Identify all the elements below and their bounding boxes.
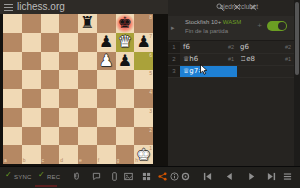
square-a2[interactable] [3, 127, 22, 146]
hamburger-menu-icon[interactable] [4, 4, 13, 11]
gear-icon[interactable] [181, 172, 190, 181]
square-c1[interactable]: c [41, 145, 60, 164]
square-h1[interactable]: ♚h1 [134, 145, 153, 164]
square-a3[interactable] [3, 108, 22, 127]
square-c4[interactable] [41, 89, 60, 108]
engine-tech-badge: WASM [223, 19, 241, 25]
move-black-3-empty [237, 66, 294, 77]
square-c2[interactable] [41, 127, 60, 146]
square-a1[interactable]: a [3, 145, 22, 164]
square-h6[interactable]: 6 [134, 52, 153, 71]
square-d3[interactable] [59, 108, 78, 127]
black-rook-e8[interactable]: ♜ [78, 14, 97, 33]
square-e2[interactable] [78, 127, 97, 146]
move-row: 1 f6 #2 g6 #2 [168, 42, 294, 54]
move-black-2[interactable]: ♖e8 #1 [237, 54, 294, 65]
square-d1[interactable]: d [59, 145, 78, 164]
square-h4[interactable]: 4 [134, 89, 153, 108]
move-list: 1 f6 #2 g6 #2 2 ♕h6 #1 ♖e8 #1 [168, 42, 294, 78]
sync-label[interactable]: SYNC [14, 174, 31, 180]
sync-check-icon: ✓ [5, 171, 12, 179]
white-pawn-f6[interactable]: ♟ [97, 52, 116, 71]
move-white-1[interactable]: f6 #2 [180, 42, 237, 53]
white-queen-g7[interactable]: ♛ [116, 33, 135, 52]
black-pawn-f7[interactable]: ♟ [97, 33, 116, 52]
coord-rank-5: 5 [149, 71, 152, 76]
move-eval: #2 [228, 42, 234, 53]
step-back-icon[interactable] [225, 172, 234, 181]
square-f6[interactable]: ♟ [97, 52, 116, 71]
square-a4[interactable] [3, 89, 22, 108]
square-d4[interactable] [59, 89, 78, 108]
engine-toggle[interactable] [267, 21, 287, 31]
square-c7[interactable] [41, 33, 60, 52]
square-e1[interactable]: e [78, 145, 97, 164]
square-h5[interactable]: 5 [134, 70, 153, 89]
square-e5[interactable] [78, 70, 97, 89]
grid-icon[interactable] [142, 172, 151, 181]
square-h3[interactable]: 3 [134, 108, 153, 127]
square-f1[interactable]: f [97, 145, 116, 164]
lichess-analysis-screen: lichess.org ♜♚8♟♛♟7♟♟65432abcdefg♚h1 aje… [0, 0, 300, 188]
image-icon[interactable] [124, 172, 133, 181]
chat-icon[interactable] [92, 172, 101, 181]
square-a5[interactable] [3, 70, 22, 89]
coord-rank-3: 3 [149, 109, 152, 114]
coord-file-e: e [79, 158, 82, 163]
square-h7[interactable]: ♟7 [134, 33, 153, 52]
skip-first-icon[interactable] [203, 172, 212, 181]
engine-status: Fin de la partida [185, 28, 228, 34]
square-b8[interactable] [22, 14, 41, 33]
coord-file-b: b [23, 158, 26, 163]
square-d5[interactable] [59, 70, 78, 89]
coord-rank-7: 7 [149, 34, 152, 39]
square-b4[interactable] [22, 89, 41, 108]
engine-box: ▸ Stockfish 10+ WASM Fin de la partida + [168, 16, 294, 41]
username-label[interactable]: ajedrezclubzt [220, 3, 258, 10]
square-b1[interactable]: b [22, 145, 41, 164]
square-b6[interactable] [22, 52, 41, 71]
panel-scrollbar-thumb[interactable] [295, 2, 299, 75]
square-e3[interactable] [78, 108, 97, 127]
square-b3[interactable] [22, 108, 41, 127]
square-f2[interactable] [97, 127, 116, 146]
paperclip-icon[interactable] [72, 172, 81, 181]
square-f7[interactable]: ♟ [97, 33, 116, 52]
skip-last-icon[interactable] [267, 172, 276, 181]
square-e4[interactable] [78, 89, 97, 108]
square-f8[interactable] [97, 14, 116, 33]
mouse-cursor [200, 64, 208, 75]
panel-scrollbar-track[interactable] [294, 0, 300, 166]
square-g6[interactable]: ♟ [116, 52, 135, 71]
square-e6[interactable] [78, 52, 97, 71]
analysis-panel: ajedrezclubzt ▸ Stockfish 10+ WASM Fin d… [168, 0, 300, 166]
site-title[interactable]: lichess.org [17, 1, 65, 12]
coord-file-c: c [42, 158, 45, 163]
coord-rank-4: 4 [149, 90, 152, 95]
move-black-1[interactable]: g6 #2 [237, 42, 294, 53]
phone-icon[interactable] [110, 172, 119, 181]
square-b2[interactable] [22, 127, 41, 146]
move-eval: #2 [285, 42, 291, 53]
engine-toggle-knob [278, 22, 286, 30]
coord-file-f: f [98, 158, 99, 163]
info-icon[interactable] [170, 172, 179, 181]
square-d6[interactable] [59, 52, 78, 71]
square-c5[interactable] [41, 70, 60, 89]
square-c6[interactable] [41, 52, 60, 71]
square-g5[interactable] [116, 70, 135, 89]
move-row: 3 ♕g7# [168, 66, 294, 78]
engine-plus-icon[interactable]: + [257, 22, 262, 30]
move-eval: #1 [285, 54, 291, 65]
move-number: 2 [168, 54, 180, 65]
coord-rank-8: 8 [149, 15, 152, 20]
square-d7[interactable] [59, 33, 78, 52]
move-eval: #1 [228, 54, 234, 65]
move-number: 3 [168, 66, 180, 77]
square-h8[interactable]: 8 [134, 14, 153, 33]
coord-file-d: d [60, 158, 63, 163]
rec-label[interactable]: REC [47, 174, 60, 180]
black-pawn-g6[interactable]: ♟ [116, 52, 135, 71]
share-icon[interactable] [158, 172, 167, 181]
chess-board[interactable]: ♜♚8♟♛♟7♟♟65432abcdefg♚h1 [3, 14, 153, 164]
square-c3[interactable] [41, 108, 60, 127]
square-a7[interactable] [3, 33, 22, 52]
engine-expand-icon[interactable]: ▸ [171, 24, 175, 31]
square-g7[interactable]: ♛ [116, 33, 135, 52]
square-d2[interactable] [59, 127, 78, 146]
square-c8[interactable] [41, 14, 60, 33]
square-g4[interactable] [116, 89, 135, 108]
coord-file-h: h [135, 158, 138, 163]
square-g8[interactable]: ♚ [116, 14, 135, 33]
square-b7[interactable] [22, 33, 41, 52]
step-forward-icon[interactable] [247, 172, 256, 181]
square-g1[interactable]: g [116, 145, 135, 164]
move-white-3-selected[interactable]: ♕g7# [180, 66, 237, 77]
square-g3[interactable] [116, 108, 135, 127]
square-e8[interactable]: ♜ [78, 14, 97, 33]
panel-toolbar: ajedrezclubzt [168, 0, 294, 14]
engine-name: Stockfish 10+ WASM [185, 19, 241, 25]
move-row: 2 ♕h6 #1 ♖e8 #1 [168, 54, 294, 66]
top-header: lichess.org [0, 0, 168, 14]
coord-file-g: g [117, 158, 120, 163]
black-king-g8[interactable]: ♚ [116, 14, 135, 33]
square-f3[interactable] [97, 108, 116, 127]
square-f4[interactable] [97, 89, 116, 108]
coord-rank-1: 1 [149, 146, 152, 151]
menu-icon[interactable] [283, 172, 292, 181]
bottom-edge-red-strip [35, 185, 57, 187]
square-g2[interactable] [116, 127, 135, 146]
square-h2[interactable]: 2 [134, 127, 153, 146]
square-f5[interactable] [97, 70, 116, 89]
square-b5[interactable] [22, 70, 41, 89]
move-number: 1 [168, 42, 180, 53]
square-a8[interactable] [3, 14, 22, 33]
coord-file-a: a [4, 158, 7, 163]
rec-check-icon: ✓ [38, 171, 45, 179]
move-white-2[interactable]: ♕h6 #1 [180, 54, 237, 65]
square-e7[interactable] [78, 33, 97, 52]
coord-rank-2: 2 [149, 128, 152, 133]
coord-rank-6: 6 [149, 53, 152, 58]
square-a6[interactable] [3, 52, 22, 71]
square-d8[interactable] [59, 14, 78, 33]
